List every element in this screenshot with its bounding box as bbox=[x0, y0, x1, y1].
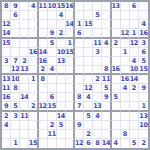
sudoku-cell-r11c11[interactable] bbox=[93, 93, 102, 102]
given-digit: 14 bbox=[2, 29, 10, 37]
given-digit: 12 bbox=[75, 139, 83, 147]
sudoku-cell-r7c9[interactable] bbox=[75, 57, 84, 66]
sudoku-cell-r13c8[interactable] bbox=[66, 112, 75, 121]
sudoku-cell-r15c13[interactable] bbox=[112, 130, 121, 139]
sudoku-cell-r7c4[interactable] bbox=[29, 57, 38, 66]
sudoku-cell-r12c15[interactable] bbox=[130, 102, 139, 111]
given-digit: 16 bbox=[29, 48, 37, 56]
sudoku-cell-r1c15[interactable]: 6 bbox=[130, 2, 139, 11]
given-digit: 1 bbox=[77, 20, 81, 28]
given-digit: 15 bbox=[139, 66, 147, 74]
sudoku-cell-r5c15[interactable]: 12 bbox=[130, 39, 139, 48]
sudoku-cell-r16c5[interactable] bbox=[39, 139, 48, 148]
sudoku-cell-r6c2[interactable] bbox=[11, 48, 20, 57]
sudoku-cell-r4c15[interactable]: 1 bbox=[130, 29, 139, 38]
sudoku-cell-r10c16[interactable]: 9 bbox=[139, 84, 148, 93]
sudoku-cell-r16c3[interactable] bbox=[20, 139, 29, 148]
sudoku-cell-r14c9[interactable]: 9 bbox=[75, 121, 84, 130]
sudoku-cell-r11c14[interactable] bbox=[121, 93, 130, 102]
given-digit: 14 bbox=[102, 139, 110, 147]
sudoku-cell-r1c16[interactable] bbox=[139, 2, 148, 11]
sudoku-cell-r2c14[interactable] bbox=[121, 11, 130, 20]
sudoku-cell-r16c14[interactable] bbox=[121, 139, 130, 148]
sudoku-cell-r16c13[interactable]: 4 bbox=[112, 139, 121, 148]
sudoku-cell-r7c16[interactable]: 5 bbox=[139, 57, 148, 66]
sudoku-cell-r3c11[interactable] bbox=[93, 20, 102, 29]
sudoku-cell-r16c10[interactable]: 6 bbox=[84, 139, 93, 148]
sudoku-cell-r2c13[interactable] bbox=[112, 11, 121, 20]
sudoku-cell-r16c11[interactable]: 8 bbox=[93, 139, 102, 148]
given-digit: 8 bbox=[77, 93, 81, 101]
sudoku-cell-r14c14[interactable] bbox=[121, 121, 130, 130]
given-digit: 15 bbox=[57, 2, 65, 10]
given-digit: 14 bbox=[20, 93, 28, 101]
sudoku-cell-r11c3[interactable]: 14 bbox=[20, 93, 29, 102]
sudoku-cell-r10c5[interactable] bbox=[39, 84, 48, 93]
sudoku-cell-r6c3[interactable] bbox=[20, 48, 29, 57]
given-digit: 13 bbox=[112, 2, 120, 10]
sudoku-cell-r12c12[interactable] bbox=[102, 102, 111, 111]
sudoku-cell-r14c2[interactable] bbox=[11, 121, 20, 130]
given-digit: 11 bbox=[20, 112, 28, 120]
sudoku-cell-r1c8[interactable]: 16 bbox=[66, 2, 75, 11]
sudoku-cell-r1c9[interactable] bbox=[75, 2, 84, 11]
sudoku-cell-r11c4[interactable] bbox=[29, 93, 38, 102]
sudoku-cell-r9c9[interactable] bbox=[75, 75, 84, 84]
sudoku-cell-r6c11[interactable]: 3 bbox=[93, 48, 102, 57]
sudoku-cell-r15c10[interactable]: 2 bbox=[84, 130, 93, 139]
sudoku-cell-r4c16[interactable]: 16 bbox=[139, 29, 148, 38]
given-digit: 9 bbox=[13, 2, 17, 10]
given-digit: 9 bbox=[50, 29, 54, 37]
sudoku-cell-r4c2[interactable] bbox=[11, 29, 20, 38]
sudoku-cell-r11c1[interactable]: 16 bbox=[2, 93, 11, 102]
given-digit: 12 bbox=[39, 102, 47, 110]
sudoku-cell-r5c3[interactable] bbox=[20, 39, 29, 48]
sudoku-cell-r8c13[interactable]: 16 bbox=[112, 66, 121, 75]
sudoku-cell-r11c13[interactable]: 5 bbox=[112, 93, 121, 102]
given-digit: 7 bbox=[13, 57, 17, 65]
sudoku-cell-r1c13[interactable]: 13 bbox=[112, 2, 121, 11]
sudoku-cell-r3c14[interactable] bbox=[121, 20, 130, 29]
sudoku-cell-r3c1[interactable]: 12 bbox=[2, 20, 11, 29]
sudoku-cell-r11c10[interactable]: 4 bbox=[84, 93, 93, 102]
sudoku-cell-r11c2[interactable] bbox=[11, 93, 20, 102]
sudoku-cell-r5c1[interactable]: 15 bbox=[2, 39, 11, 48]
sudoku-cell-r12c2[interactable]: 5 bbox=[11, 102, 20, 111]
sudoku-cell-r9c16[interactable] bbox=[139, 75, 148, 84]
sudoku-cell-r10c8[interactable] bbox=[66, 84, 75, 93]
sudoku-cell-r12c1[interactable]: 9 bbox=[2, 102, 11, 111]
sudoku-cell-r9c13[interactable] bbox=[112, 75, 121, 84]
sudoku-cell-r4c12[interactable] bbox=[102, 29, 111, 38]
sudoku-cell-r13c7[interactable]: 14 bbox=[57, 112, 66, 121]
given-digit: 5 bbox=[114, 93, 118, 101]
sudoku-cell-r6c1[interactable] bbox=[2, 48, 11, 57]
sudoku-cell-r15c15[interactable] bbox=[130, 130, 139, 139]
sudoku-cell-r5c7[interactable] bbox=[57, 39, 66, 48]
sudoku-cell-r16c6[interactable] bbox=[48, 139, 57, 148]
given-digit: 12 bbox=[121, 29, 129, 37]
sudoku-cell-r13c14[interactable] bbox=[121, 112, 130, 121]
given-digit: 14 bbox=[39, 48, 47, 56]
sudoku-cell-r14c16[interactable]: 10 bbox=[139, 121, 148, 130]
given-digit: 1 bbox=[31, 75, 35, 83]
sudoku-cell-r8c7[interactable] bbox=[57, 66, 66, 75]
given-digit: 11 bbox=[39, 2, 47, 10]
sudoku-cell-r9c6[interactable] bbox=[48, 75, 57, 84]
sudoku-cell-r3c16[interactable]: 4 bbox=[139, 20, 148, 29]
sudoku-cell-r14c12[interactable] bbox=[102, 121, 111, 130]
given-digit: 5 bbox=[141, 57, 145, 65]
sudoku-cell-r15c4[interactable] bbox=[29, 130, 38, 139]
sudoku-cell-r10c4[interactable] bbox=[29, 84, 38, 93]
sudoku-cell-r7c5[interactable]: 16 bbox=[39, 57, 48, 66]
given-digit: 13 bbox=[2, 75, 10, 83]
sudoku-cell-r8c1[interactable] bbox=[2, 66, 11, 75]
given-digit: 5 bbox=[59, 121, 63, 129]
sudoku-cell-r15c7[interactable] bbox=[57, 130, 66, 139]
sudoku-cell-r7c14[interactable] bbox=[121, 57, 130, 66]
sudoku-cell-r1c7[interactable]: 15 bbox=[57, 2, 66, 11]
sudoku-cell-r7c3[interactable]: 2 bbox=[20, 57, 29, 66]
sudoku-cell-r10c13[interactable] bbox=[112, 84, 121, 93]
sudoku-cell-r3c2[interactable] bbox=[11, 20, 20, 29]
sudoku-cell-r5c14[interactable] bbox=[121, 39, 130, 48]
sudoku-cell-r1c6[interactable]: 10 bbox=[48, 2, 57, 11]
sudoku-cell-r4c11[interactable] bbox=[93, 29, 102, 38]
sudoku-cell-r1c3[interactable] bbox=[20, 2, 29, 11]
sudoku-cell-r12c14[interactable] bbox=[121, 102, 130, 111]
given-digit: 10 bbox=[139, 121, 147, 129]
given-digit: 8 bbox=[4, 2, 8, 10]
sudoku-cell-r14c11[interactable] bbox=[93, 121, 102, 130]
sudoku-cell-r5c8[interactable]: 1 bbox=[66, 39, 75, 48]
sudoku-cell-r3c3[interactable] bbox=[20, 20, 29, 29]
sudoku-cell-r6c16[interactable]: 6 bbox=[139, 48, 148, 57]
sudoku-cell-r4c14[interactable]: 12 bbox=[121, 29, 130, 38]
sudoku-cell-r14c6[interactable]: 2 bbox=[48, 121, 57, 130]
sudoku-cell-r12c8[interactable] bbox=[66, 102, 75, 111]
sudoku-cell-r6c5[interactable]: 14 bbox=[39, 48, 48, 57]
sudoku-cell-r5c5[interactable] bbox=[39, 39, 48, 48]
sudoku-cell-r10c2[interactable]: 8 bbox=[11, 84, 20, 93]
given-digit: 10 bbox=[11, 75, 19, 83]
sudoku-cell-r2c1[interactable] bbox=[2, 11, 11, 20]
sudoku-cell-r6c9[interactable] bbox=[75, 48, 84, 57]
sudoku-cell-r12c16[interactable]: 1 bbox=[139, 102, 148, 111]
sudoku-cell-r15c16[interactable] bbox=[139, 130, 148, 139]
sudoku-cell-r3c5[interactable] bbox=[39, 20, 48, 29]
sudoku-cell-r12c13[interactable] bbox=[112, 102, 121, 111]
sudoku-cell-r2c11[interactable]: 5 bbox=[93, 11, 102, 20]
sudoku-cell-r10c14[interactable]: 4 bbox=[121, 84, 130, 93]
sudoku-cell-r11c6[interactable]: 6 bbox=[48, 93, 57, 102]
sudoku-cell-r12c6[interactable]: 15 bbox=[48, 102, 57, 111]
sudoku-cell-r5c6[interactable]: 5 bbox=[48, 39, 57, 48]
sudoku-cell-r12c3[interactable] bbox=[20, 102, 29, 111]
given-digit: 4 bbox=[95, 112, 99, 120]
sudoku-cell-r7c11[interactable] bbox=[93, 57, 102, 66]
sudoku-cell-r10c11[interactable] bbox=[93, 84, 102, 93]
sudoku-cell-r2c9[interactable] bbox=[75, 11, 84, 20]
sudoku-cell-r16c4[interactable]: 15 bbox=[29, 139, 38, 148]
given-digit: 16 bbox=[66, 2, 74, 10]
sudoku-cell-r12c10[interactable] bbox=[84, 102, 93, 111]
sudoku-cell-r14c15[interactable] bbox=[130, 121, 139, 130]
sudoku-cell-r10c3[interactable] bbox=[20, 84, 29, 93]
sudoku-cell-r8c3[interactable]: 13 bbox=[20, 66, 29, 75]
sudoku-cell-r11c7[interactable] bbox=[57, 93, 66, 102]
sudoku-cell-r3c15[interactable] bbox=[130, 20, 139, 29]
sudoku-cell-r8c4[interactable] bbox=[29, 66, 38, 75]
sudoku-cell-r9c4[interactable]: 1 bbox=[29, 75, 38, 84]
given-digit: 3 bbox=[95, 48, 99, 56]
sudoku-cell-r16c16[interactable]: 2 bbox=[139, 139, 148, 148]
sudoku-cell-r7c13[interactable] bbox=[112, 57, 121, 66]
sudoku-cell-r8c14[interactable] bbox=[121, 66, 130, 75]
sudoku-cell-r1c11[interactable] bbox=[93, 2, 102, 11]
given-digit: 10 bbox=[57, 48, 65, 56]
sudoku-cell-r15c5[interactable] bbox=[39, 130, 48, 139]
sudoku-cell-r7c1[interactable]: 3 bbox=[2, 57, 11, 66]
sudoku-cell-r13c5[interactable] bbox=[39, 112, 48, 121]
sudoku-cell-r14c13[interactable] bbox=[112, 121, 121, 130]
sudoku-cell-r13c3[interactable]: 11 bbox=[20, 112, 29, 121]
sudoku-cell-r8c16[interactable]: 15 bbox=[139, 66, 148, 75]
sudoku-cell-r8c2[interactable]: 12 bbox=[11, 66, 20, 75]
sudoku-cell-r6c7[interactable]: 10 bbox=[57, 48, 66, 57]
sudoku-cell-r8c8[interactable] bbox=[66, 66, 75, 75]
sudoku-cell-r15c11[interactable] bbox=[93, 130, 102, 139]
given-digit: 4 bbox=[31, 2, 35, 10]
sudoku-cell-r11c15[interactable] bbox=[130, 93, 139, 102]
sudoku-cell-r1c2[interactable]: 9 bbox=[11, 2, 20, 11]
sudoku-cell-r4c8[interactable] bbox=[66, 29, 75, 38]
sudoku-cell-r4c10[interactable] bbox=[84, 29, 93, 38]
sudoku-cell-r14c3[interactable] bbox=[20, 121, 29, 130]
sudoku-cell-r8c10[interactable] bbox=[84, 66, 93, 75]
given-digit: 6 bbox=[50, 93, 54, 101]
sudoku-cell-r14c7[interactable]: 5 bbox=[57, 121, 66, 130]
sudoku-cell-r4c7[interactable]: 2 bbox=[57, 29, 66, 38]
sudoku-cell-r5c13[interactable]: 2 bbox=[112, 39, 121, 48]
sudoku-cell-r11c12[interactable]: 9 bbox=[102, 93, 111, 102]
sudoku-cell-r6c4[interactable]: 16 bbox=[29, 48, 38, 57]
sudoku-cell-r1c14[interactable] bbox=[121, 2, 130, 11]
sudoku-cell-r13c6[interactable] bbox=[48, 112, 57, 121]
sudoku-cell-r7c10[interactable] bbox=[84, 57, 93, 66]
sudoku-cell-r15c6[interactable]: 11 bbox=[48, 130, 57, 139]
sudoku-cell-r13c4[interactable] bbox=[29, 112, 38, 121]
sudoku-cell-r15c9[interactable] bbox=[75, 130, 84, 139]
sudoku-cell-r2c2[interactable]: 6 bbox=[11, 11, 20, 20]
given-digit: 1 bbox=[132, 29, 136, 37]
sudoku-cell-r7c12[interactable] bbox=[102, 57, 111, 66]
sudoku-cell-r16c15[interactable]: 5 bbox=[130, 139, 139, 148]
sudoku-cell-r1c1[interactable]: 8 bbox=[2, 2, 11, 11]
sudoku-cell-r14c8[interactable] bbox=[66, 121, 75, 130]
sudoku-cell-r3c7[interactable] bbox=[57, 20, 66, 29]
given-digit: 2 bbox=[4, 112, 8, 120]
sudoku-cell-r5c9[interactable] bbox=[75, 39, 84, 48]
sudoku-cell-r2c7[interactable]: 4 bbox=[57, 11, 66, 20]
given-digit: 12 bbox=[84, 84, 92, 92]
sudoku-cell-r10c6[interactable] bbox=[48, 84, 57, 93]
sudoku-cell-r7c2[interactable]: 7 bbox=[11, 57, 20, 66]
sudoku-cell-r15c2[interactable] bbox=[11, 130, 20, 139]
sudoku-cell-r8c6[interactable]: 4 bbox=[48, 66, 57, 75]
sudoku-cell-r14c4[interactable] bbox=[29, 121, 38, 130]
sudoku-cell-r6c6[interactable] bbox=[48, 48, 57, 57]
sudoku-cell-r2c5[interactable] bbox=[39, 11, 48, 20]
sudoku-cell-r3c9[interactable]: 1 bbox=[75, 20, 84, 29]
sudoku-cell-r9c15[interactable]: 14 bbox=[130, 75, 139, 84]
given-digit: 3 bbox=[4, 57, 8, 65]
sudoku-cell-r3c6[interactable] bbox=[48, 20, 57, 29]
sudoku-cell-r9c3[interactable] bbox=[20, 75, 29, 84]
sudoku-cell-r15c1[interactable] bbox=[2, 130, 11, 139]
sudoku-cell-r4c3[interactable] bbox=[20, 29, 29, 38]
sudoku-cell-r2c16[interactable] bbox=[139, 11, 148, 20]
sudoku-cell-r16c12[interactable]: 14 bbox=[102, 139, 111, 148]
sudoku-cell-r3c4[interactable] bbox=[29, 20, 38, 29]
sudoku-cell-r16c2[interactable]: 1 bbox=[11, 139, 20, 148]
sudoku-cell-r5c11[interactable]: 11 bbox=[93, 39, 102, 48]
sudoku-cell-r13c10[interactable]: 5 bbox=[84, 112, 93, 121]
sudoku-cell-r3c10[interactable]: 15 bbox=[84, 20, 93, 29]
sudoku-cell-r6c14[interactable]: 1 bbox=[121, 48, 130, 57]
sudoku-cell-r13c12[interactable] bbox=[102, 112, 111, 121]
sudoku-cell-r1c4[interactable]: 4 bbox=[29, 2, 38, 11]
sudoku-cell-r8c5[interactable]: 2 bbox=[39, 66, 48, 75]
sudoku-cell-r2c15[interactable] bbox=[130, 11, 139, 20]
sudoku-cell-r16c7[interactable] bbox=[57, 139, 66, 148]
sudoku-cell-r9c14[interactable]: 16 bbox=[121, 75, 130, 84]
sudoku-cell-r4c6[interactable]: 9 bbox=[48, 29, 57, 38]
sudoku-cell-r11c5[interactable] bbox=[39, 93, 48, 102]
sudoku-cell-r5c2[interactable] bbox=[11, 39, 20, 48]
sudoku-cell-r2c4[interactable] bbox=[29, 11, 38, 20]
sudoku-cell-r4c9[interactable]: 6 bbox=[75, 29, 84, 38]
sudoku-cell-r10c15[interactable]: 2 bbox=[130, 84, 139, 93]
sudoku-cell-r9c2[interactable]: 10 bbox=[11, 75, 20, 84]
sudoku-cell-r15c3[interactable] bbox=[20, 130, 29, 139]
sudoku-cell-r4c4[interactable] bbox=[29, 29, 38, 38]
given-digit: 9 bbox=[4, 102, 8, 110]
sudoku-cell-r13c1[interactable]: 2 bbox=[2, 112, 11, 121]
sudoku-cell-r15c14[interactable]: 8 bbox=[121, 130, 130, 139]
sudoku-cell-r10c9[interactable] bbox=[75, 84, 84, 93]
sudoku-cell-r12c11[interactable]: 13 bbox=[93, 102, 102, 111]
sudoku-cell-r2c10[interactable] bbox=[84, 11, 93, 20]
sudoku-cell-r13c2[interactable]: 3 bbox=[11, 112, 20, 121]
sudoku-cell-r2c3[interactable] bbox=[20, 11, 29, 20]
sudoku-cell-r8c11[interactable] bbox=[93, 66, 102, 75]
sudoku-cell-r7c15[interactable]: 4 bbox=[130, 57, 139, 66]
sudoku-cell-r13c15[interactable] bbox=[130, 112, 139, 121]
sudoku-cell-r9c1[interactable]: 13 bbox=[2, 75, 11, 84]
sudoku-cell-r12c9[interactable]: 7 bbox=[75, 102, 84, 111]
sudoku-cell-r1c12[interactable] bbox=[102, 2, 111, 11]
sudoku-cell-r10c7[interactable] bbox=[57, 84, 66, 93]
sudoku-cell-r11c9[interactable]: 8 bbox=[75, 93, 84, 102]
given-digit: 14 bbox=[66, 20, 74, 28]
sudoku-cell-r16c9[interactable]: 12 bbox=[75, 139, 84, 148]
sudoku-cell-r7c8[interactable] bbox=[66, 57, 75, 66]
given-digit: 2 bbox=[50, 121, 54, 129]
sudoku-cell-r9c7[interactable] bbox=[57, 75, 66, 84]
sudoku-cell-r12c4[interactable]: 2 bbox=[29, 102, 38, 111]
sudoku-cell-r10c10[interactable]: 12 bbox=[84, 84, 93, 93]
sudoku-cell-r3c12[interactable] bbox=[102, 20, 111, 29]
given-digit: 8 bbox=[123, 130, 127, 138]
sudoku-cell-r5c12[interactable]: 4 bbox=[102, 39, 111, 48]
sudoku-cell-r3c13[interactable] bbox=[112, 20, 121, 29]
sudoku-cell-r7c6[interactable] bbox=[48, 57, 57, 66]
sudoku-cell-r11c8[interactable] bbox=[66, 93, 75, 102]
sudoku-cell-r4c5[interactable] bbox=[39, 29, 48, 38]
sudoku-cell-r9c11[interactable]: 2 bbox=[93, 75, 102, 84]
sudoku-cell-r10c1[interactable]: 11 bbox=[2, 84, 11, 93]
sudoku-cell-r13c9[interactable] bbox=[75, 112, 84, 121]
sudoku-cell-r5c10[interactable] bbox=[84, 39, 93, 48]
given-digit: 5 bbox=[95, 11, 99, 19]
sudoku-cell-r16c8[interactable] bbox=[66, 139, 75, 148]
sudoku-cell-r4c13[interactable] bbox=[112, 29, 121, 38]
sudoku-cell-r13c16[interactable]: 13 bbox=[139, 112, 148, 121]
sudoku-cell-r15c12[interactable] bbox=[102, 130, 111, 139]
sudoku-cell-r2c6[interactable] bbox=[48, 11, 57, 20]
given-digit: 2 bbox=[132, 84, 136, 92]
sudoku-cell-r9c12[interactable]: 11 bbox=[102, 75, 111, 84]
sudoku-cell-r10c12[interactable]: 5 bbox=[102, 84, 111, 93]
sudoku-cell-r8c12[interactable]: 8 bbox=[102, 66, 111, 75]
sudoku-cell-r15c8[interactable] bbox=[66, 130, 75, 139]
sudoku-cell-r14c5[interactable] bbox=[39, 121, 48, 130]
sudoku-cell-r9c5[interactable]: 8 bbox=[39, 75, 48, 84]
sudoku-cell-r8c9[interactable] bbox=[75, 66, 84, 75]
sudoku-cell-r6c15[interactable] bbox=[130, 48, 139, 57]
sudoku-cell-r1c5[interactable]: 11 bbox=[39, 2, 48, 11]
sudoku-cell-r7c7[interactable]: 13 bbox=[57, 57, 66, 66]
sudoku-cell-r5c4[interactable] bbox=[29, 39, 38, 48]
given-digit: 2 bbox=[59, 29, 63, 37]
sudoku-cell-r14c10[interactable] bbox=[84, 121, 93, 130]
sudoku-cell-r2c12[interactable] bbox=[102, 11, 111, 20]
sudoku-cell-r13c11[interactable]: 4 bbox=[93, 112, 102, 121]
sudoku-cell-r13c13[interactable] bbox=[112, 112, 121, 121]
sudoku-cell-r6c10[interactable] bbox=[84, 48, 93, 57]
sudoku-cell-r11c16[interactable] bbox=[139, 93, 148, 102]
sudoku-cell-r12c5[interactable]: 12 bbox=[39, 102, 48, 111]
sudoku-cell-r6c13[interactable] bbox=[112, 48, 121, 57]
sudoku-cell-r16c1[interactable] bbox=[2, 139, 11, 148]
sudoku-cell-r9c10[interactable] bbox=[84, 75, 93, 84]
sudoku-cell-r2c8[interactable] bbox=[66, 11, 75, 20]
sudoku-cell-r4c1[interactable]: 14 bbox=[2, 29, 11, 38]
given-digit: 9 bbox=[77, 121, 81, 129]
sudoku-cell-r1c10[interactable] bbox=[84, 2, 93, 11]
sudoku-cell-r12c7[interactable] bbox=[57, 102, 66, 111]
sudoku-cell-r14c1[interactable]: 4 bbox=[2, 121, 11, 130]
sudoku-cell-r8c15[interactable]: 10 bbox=[130, 66, 139, 75]
sudoku-cell-r3c8[interactable]: 14 bbox=[66, 20, 75, 29]
sudoku-cell-r6c8[interactable]: 15 bbox=[66, 48, 75, 57]
sudoku-cell-r5c16[interactable]: 3 bbox=[139, 39, 148, 48]
sudoku-cell-r9c8[interactable] bbox=[66, 75, 75, 84]
sudoku-cell-r6c12[interactable] bbox=[102, 48, 111, 57]
